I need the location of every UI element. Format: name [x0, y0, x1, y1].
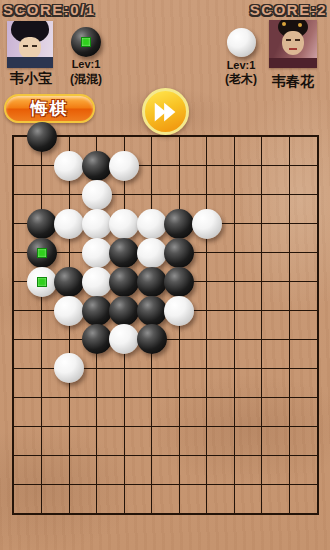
white-stone	[109, 151, 139, 181]
right-player-level: Lev:1	[211, 59, 271, 71]
black-stone	[82, 151, 112, 181]
left-player-level: Lev:1	[56, 58, 116, 70]
turn-marker-icon	[81, 37, 91, 47]
white-stone	[82, 267, 112, 297]
grid-line-horizontal	[14, 455, 317, 456]
black-stone	[164, 267, 194, 297]
right-player-avatar	[269, 20, 317, 68]
white-stone	[192, 209, 222, 239]
eye	[286, 39, 291, 41]
black-stone	[164, 238, 194, 268]
black-stone	[27, 122, 57, 152]
undo-button[interactable]: 悔棋	[4, 94, 95, 123]
score-right: SCORE:2	[250, 1, 327, 18]
white-stone	[54, 353, 84, 383]
last-move-marker	[37, 277, 47, 287]
white-stone	[54, 296, 84, 326]
lips	[289, 48, 297, 50]
white-stone	[82, 209, 112, 239]
left-player-nickname: (混混)	[54, 71, 118, 88]
white-stone	[82, 180, 112, 210]
white-stone	[164, 296, 194, 326]
game-screen: SCORE:0/1 SCORE:2 韦小宝 Lev:1 (混混) Lev:1 (…	[0, 0, 330, 550]
gold-hairpin	[298, 23, 302, 27]
score-left: SCORE:0/1	[3, 1, 96, 18]
white-stone	[109, 324, 139, 354]
black-stone	[82, 324, 112, 354]
left-player-avatar	[7, 21, 53, 68]
eye	[32, 45, 37, 47]
gomoku-board[interactable]	[12, 135, 319, 515]
black-stone	[82, 296, 112, 326]
face	[282, 31, 304, 55]
grid-line-horizontal	[14, 194, 317, 195]
fast-forward-icon	[145, 97, 186, 127]
gold-hairpin	[282, 22, 286, 26]
black-stone	[109, 296, 139, 326]
black-turn-stone-icon	[71, 27, 101, 57]
right-player-name: 韦春花	[261, 73, 325, 91]
white-stone	[109, 209, 139, 239]
undo-button-label: 悔棋	[31, 99, 69, 118]
dress	[269, 58, 317, 68]
white-stone	[137, 209, 167, 239]
black-stone	[54, 267, 84, 297]
last-move-marker	[37, 248, 47, 258]
robe	[7, 57, 53, 68]
eye	[295, 39, 300, 41]
white-stone	[82, 238, 112, 268]
grid-line-horizontal	[14, 484, 317, 485]
eye	[23, 45, 28, 47]
black-stone	[109, 267, 139, 297]
white-stone	[137, 238, 167, 268]
white-stone-icon	[227, 28, 256, 57]
black-stone	[27, 209, 57, 239]
white-stone	[27, 267, 57, 297]
fast-forward-button[interactable]	[142, 88, 189, 135]
grid-line-horizontal	[14, 426, 317, 427]
black-stone	[137, 267, 167, 297]
black-stone	[27, 238, 57, 268]
face	[19, 37, 41, 59]
white-stone	[54, 209, 84, 239]
white-stone	[54, 151, 84, 181]
black-stone	[137, 296, 167, 326]
black-stone	[109, 238, 139, 268]
grid-line-horizontal	[14, 397, 317, 398]
black-stone	[164, 209, 194, 239]
black-stone	[137, 324, 167, 354]
